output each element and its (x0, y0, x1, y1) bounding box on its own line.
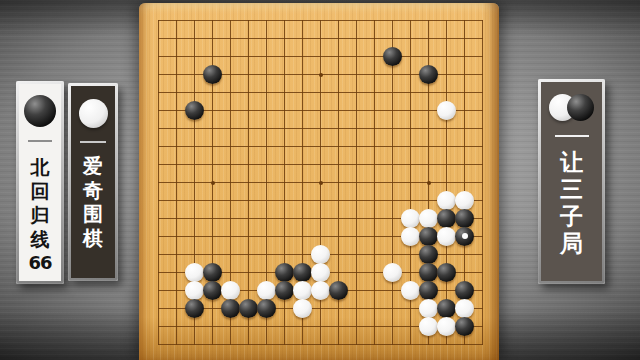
stone-white (401, 209, 420, 228)
stone-white (185, 263, 204, 282)
star-point (427, 181, 431, 185)
name-char: 北 (31, 155, 50, 179)
plaque-divider (80, 141, 106, 143)
stone-white (419, 299, 438, 318)
name-char: 围 (83, 202, 103, 226)
stone-white (293, 299, 312, 318)
stone-black (437, 299, 456, 318)
stone-white (455, 299, 474, 318)
stone-black (419, 245, 438, 264)
stone-white (455, 191, 474, 210)
stone-black (455, 281, 474, 300)
stone-white (221, 281, 240, 300)
stone-white (437, 227, 456, 246)
stone-black (203, 65, 222, 84)
stone-black (221, 299, 240, 318)
stone-white (437, 191, 456, 210)
handicap-label: 让三子局 (560, 149, 583, 257)
stone-black (329, 281, 348, 300)
player-plaque-white-body: 爱奇围棋 (71, 86, 115, 278)
black-white-stones-icon (549, 94, 594, 121)
player-name-white: 爱奇围棋 (83, 154, 103, 250)
name-char: 奇 (83, 178, 103, 202)
stone-white (311, 263, 330, 282)
stone-black (437, 263, 456, 282)
go-board[interactable] (139, 3, 499, 360)
stone-black (455, 317, 474, 336)
stone-black (203, 263, 222, 282)
stone-white (401, 227, 420, 246)
go-game-screen: 北回归线66 爱奇围棋 让三子局 (0, 0, 640, 360)
stone-black (239, 299, 258, 318)
stone-white (383, 263, 402, 282)
name-char: 66 (28, 251, 51, 275)
board-grid[interactable] (158, 20, 483, 345)
stone-black (419, 281, 438, 300)
stone-white (311, 245, 330, 264)
name-char: 让 (560, 149, 583, 176)
stone-black (419, 227, 438, 246)
stone-black (419, 263, 438, 282)
stone-black (383, 47, 402, 66)
star-point (319, 73, 323, 77)
player-plaque-black: 北回归线66 (16, 81, 64, 284)
stone-white (185, 281, 204, 300)
stone-white (437, 101, 456, 120)
black-stone-icon (24, 95, 56, 127)
handicap-plaque: 让三子局 (538, 79, 605, 284)
player-name-black: 北回归线66 (28, 155, 51, 275)
star-point (319, 181, 323, 185)
star-point (211, 181, 215, 185)
handicap-plaque-body: 让三子局 (541, 82, 602, 281)
stone-black (437, 209, 456, 228)
plaque-divider (28, 140, 52, 142)
plaque-divider (555, 135, 589, 137)
black-stone-icon (567, 94, 594, 121)
white-stone-icon (79, 99, 108, 128)
last-move-marker (462, 233, 468, 239)
stone-black (293, 263, 312, 282)
name-char: 归 (31, 203, 50, 227)
stone-white (437, 317, 456, 336)
name-char: 爱 (83, 154, 103, 178)
name-char: 回 (31, 179, 50, 203)
stone-black (257, 299, 276, 318)
name-char: 局 (560, 230, 583, 257)
player-plaque-black-body: 北回归线66 (19, 84, 61, 281)
stone-black (185, 299, 204, 318)
stone-black (275, 263, 294, 282)
name-char: 线 (31, 227, 50, 251)
stone-white (293, 281, 312, 300)
stone-black (275, 281, 294, 300)
player-plaque-white: 爱奇围棋 (68, 83, 118, 281)
stone-black (455, 227, 474, 246)
stone-white (257, 281, 276, 300)
stone-black (419, 65, 438, 84)
stone-white (311, 281, 330, 300)
stone-white (419, 317, 438, 336)
stone-white (419, 209, 438, 228)
name-char: 三 (560, 176, 583, 203)
name-char: 棋 (83, 226, 103, 250)
stone-black (203, 281, 222, 300)
stone-black (455, 209, 474, 228)
name-char: 子 (560, 203, 583, 230)
stone-black (185, 101, 204, 120)
stone-white (401, 281, 420, 300)
